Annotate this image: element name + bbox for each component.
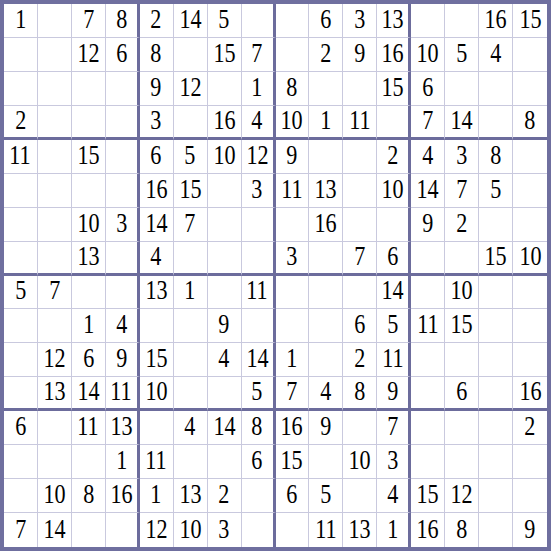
cell-r10c1[interactable]	[4, 309, 38, 343]
given-number: 15	[179, 176, 201, 203]
cell-r6c3[interactable]	[72, 174, 106, 208]
cell-r3c6[interactable]: 12	[174, 72, 208, 106]
cell-r15c13[interactable]: 15	[411, 479, 445, 513]
cell-r5c12[interactable]: 2	[377, 140, 411, 174]
given-number: 3	[151, 107, 162, 134]
cell-r2c15[interactable]: 4	[479, 38, 513, 72]
cell-r5c5[interactable]: 6	[140, 140, 174, 174]
cell-r15c6[interactable]: 13	[174, 479, 208, 513]
given-number: 7	[185, 210, 196, 237]
cell-r14c9[interactable]: 15	[276, 445, 310, 479]
cell-r6c2[interactable]	[38, 174, 72, 208]
cell-r11c14[interactable]	[445, 343, 479, 377]
given-number: 2	[320, 40, 331, 67]
cell-r7c11[interactable]	[343, 208, 377, 242]
cell-r2c14[interactable]: 5	[445, 38, 479, 72]
cell-r16c1[interactable]: 7	[4, 513, 38, 547]
cell-r4c1[interactable]: 2	[4, 106, 38, 140]
cell-r14c1[interactable]	[4, 445, 38, 479]
cell-r9c16[interactable]	[513, 276, 547, 310]
given-number: 16	[281, 413, 303, 440]
cell-r8c11[interactable]: 7	[343, 242, 377, 276]
cell-r8c6[interactable]	[174, 242, 208, 276]
cell-r7c14[interactable]: 2	[445, 208, 479, 242]
cell-r6c11[interactable]	[343, 174, 377, 208]
cell-r16c15[interactable]	[479, 513, 513, 547]
cell-r2c9[interactable]	[276, 38, 310, 72]
cell-r5c1[interactable]: 11	[4, 140, 38, 174]
cell-r2c8[interactable]: 7	[242, 38, 276, 72]
cell-r5c14[interactable]: 3	[445, 140, 479, 174]
cell-r7c12[interactable]	[377, 208, 411, 242]
cell-r5c8[interactable]: 12	[242, 140, 276, 174]
cell-r11c16[interactable]	[513, 343, 547, 377]
given-number: 14	[213, 413, 235, 440]
cell-r1c2[interactable]	[38, 4, 72, 38]
cell-r3c1[interactable]	[4, 72, 38, 106]
cell-r9c1[interactable]: 5	[4, 276, 38, 310]
cell-r3c3[interactable]	[72, 72, 106, 106]
cell-r12c14[interactable]: 6	[445, 377, 479, 411]
cell-r10c5[interactable]	[140, 309, 174, 343]
given-number: 4	[422, 142, 433, 169]
cell-r11c13[interactable]	[411, 343, 445, 377]
cell-r12c1[interactable]	[4, 377, 38, 411]
cell-r15c15[interactable]	[479, 479, 513, 513]
cell-r16c10[interactable]: 11	[309, 513, 343, 547]
cell-r10c6[interactable]	[174, 309, 208, 343]
given-number: 8	[116, 6, 127, 33]
cell-r3c11[interactable]	[343, 72, 377, 106]
cell-r14c13[interactable]	[411, 445, 445, 479]
cell-r11c6[interactable]	[174, 343, 208, 377]
cell-r3c8[interactable]: 1	[242, 72, 276, 106]
cell-r4c3[interactable]	[72, 106, 106, 140]
given-number: 8	[490, 142, 501, 169]
cell-r4c13[interactable]: 7	[411, 106, 445, 140]
cell-r12c7[interactable]	[208, 377, 242, 411]
cell-r6c15[interactable]: 5	[479, 174, 513, 208]
cell-r16c4[interactable]	[106, 513, 140, 547]
cell-r11c8[interactable]: 14	[242, 343, 276, 377]
cell-r11c12[interactable]: 11	[377, 343, 411, 377]
cell-r6c13[interactable]: 14	[411, 174, 445, 208]
given-number: 6	[251, 447, 262, 474]
given-number: 15	[485, 243, 507, 270]
cell-r3c4[interactable]	[106, 72, 140, 106]
cell-r10c3[interactable]: 1	[72, 309, 106, 343]
cell-r9c5[interactable]: 13	[140, 276, 174, 310]
given-number: 6	[83, 345, 94, 372]
given-number: 15	[451, 311, 473, 338]
cell-r5c4[interactable]	[106, 140, 140, 174]
given-number: 13	[349, 516, 371, 543]
cell-r10c13[interactable]: 11	[411, 309, 445, 343]
cell-r4c14[interactable]: 14	[445, 106, 479, 140]
given-number: 7	[286, 378, 297, 405]
cell-r13c10[interactable]: 9	[309, 411, 343, 445]
given-number: 11	[281, 176, 302, 203]
given-number: 15	[145, 345, 167, 372]
cell-r3c15[interactable]	[479, 72, 513, 106]
given-number: 11	[78, 413, 99, 440]
cell-r1c4[interactable]: 8	[106, 4, 140, 38]
cell-r5c7[interactable]: 10	[208, 140, 242, 174]
cell-r5c3[interactable]: 15	[72, 140, 106, 174]
cell-r16c8[interactable]	[242, 513, 276, 547]
cell-r3c7[interactable]	[208, 72, 242, 106]
cell-r2c13[interactable]: 10	[411, 38, 445, 72]
cell-r7c6[interactable]: 7	[174, 208, 208, 242]
cell-r16c14[interactable]: 8	[445, 513, 479, 547]
cell-r15c2[interactable]: 10	[38, 479, 72, 513]
cell-r13c13[interactable]	[411, 411, 445, 445]
cell-r4c2[interactable]	[38, 106, 72, 140]
cell-r6c8[interactable]: 3	[242, 174, 276, 208]
cell-r11c11[interactable]: 2	[343, 343, 377, 377]
cell-r6c16[interactable]	[513, 174, 547, 208]
given-number: 8	[286, 74, 297, 101]
cell-r5c11[interactable]	[343, 140, 377, 174]
cell-r8c2[interactable]	[38, 242, 72, 276]
cell-r1c9[interactable]	[276, 4, 310, 38]
cell-r2c2[interactable]	[38, 38, 72, 72]
given-number: 11	[315, 516, 336, 543]
cell-r13c2[interactable]	[38, 411, 72, 445]
cell-r7c15[interactable]	[479, 208, 513, 242]
given-number: 1	[151, 481, 162, 508]
cell-r2c5[interactable]: 8	[140, 38, 174, 72]
given-number: 5	[219, 6, 230, 33]
cell-r13c14[interactable]	[445, 411, 479, 445]
cell-r3c14[interactable]	[445, 72, 479, 106]
cell-r15c9[interactable]: 6	[276, 479, 310, 513]
cell-r10c8[interactable]	[242, 309, 276, 343]
cell-r3c16[interactable]	[513, 72, 547, 106]
cell-r6c10[interactable]: 13	[309, 174, 343, 208]
cell-r8c13[interactable]	[411, 242, 445, 276]
given-number: 10	[349, 447, 371, 474]
cell-r9c11[interactable]	[343, 276, 377, 310]
given-number: 4	[490, 40, 501, 67]
cell-r13c6[interactable]: 4	[174, 411, 208, 445]
given-number: 1	[387, 516, 398, 543]
cell-r16c9[interactable]	[276, 513, 310, 547]
given-number: 7	[15, 516, 26, 543]
cell-r8c8[interactable]	[242, 242, 276, 276]
cell-r12c8[interactable]: 5	[242, 377, 276, 411]
given-number: 7	[83, 6, 94, 33]
cell-r16c6[interactable]: 10	[174, 513, 208, 547]
cell-r6c14[interactable]: 7	[445, 174, 479, 208]
cell-r4c7[interactable]: 16	[208, 106, 242, 140]
cell-r15c4[interactable]: 16	[106, 479, 140, 513]
cell-r8c5[interactable]: 4	[140, 242, 174, 276]
cell-r15c12[interactable]: 4	[377, 479, 411, 513]
cell-r13c3[interactable]: 11	[72, 411, 106, 445]
cell-r8c14[interactable]	[445, 242, 479, 276]
cell-r13c4[interactable]: 13	[106, 411, 140, 445]
cell-r12c6[interactable]	[174, 377, 208, 411]
cell-r14c5[interactable]: 11	[140, 445, 174, 479]
cell-r9c9[interactable]	[276, 276, 310, 310]
cell-r1c7[interactable]: 5	[208, 4, 242, 38]
cell-r8c3[interactable]: 13	[72, 242, 106, 276]
cell-r3c2[interactable]	[38, 72, 72, 106]
given-number: 15	[417, 481, 439, 508]
cell-r14c11[interactable]: 10	[343, 445, 377, 479]
cell-r14c3[interactable]	[72, 445, 106, 479]
cell-r2c6[interactable]	[174, 38, 208, 72]
cell-r11c2[interactable]: 12	[38, 343, 72, 377]
cell-r6c4[interactable]	[106, 174, 140, 208]
cell-r1c13[interactable]	[411, 4, 445, 38]
cell-r6c1[interactable]	[4, 174, 38, 208]
cell-r13c7[interactable]: 14	[208, 411, 242, 445]
cell-r15c16[interactable]	[513, 479, 547, 513]
cell-r5c15[interactable]: 8	[479, 140, 513, 174]
cell-r4c4[interactable]	[106, 106, 140, 140]
cell-r5c13[interactable]: 4	[411, 140, 445, 174]
cell-r7c5[interactable]: 14	[140, 208, 174, 242]
given-number: 4	[387, 481, 398, 508]
cell-r11c7[interactable]: 4	[208, 343, 242, 377]
cell-r3c13[interactable]: 6	[411, 72, 445, 106]
cell-r5c9[interactable]: 9	[276, 140, 310, 174]
cell-r2c3[interactable]: 12	[72, 38, 106, 72]
cell-r1c3[interactable]: 7	[72, 4, 106, 38]
cell-r2c16[interactable]	[513, 38, 547, 72]
cell-r7c9[interactable]	[276, 208, 310, 242]
cell-r3c5[interactable]: 9	[140, 72, 174, 106]
cell-r2c4[interactable]: 6	[106, 38, 140, 72]
cell-r7c16[interactable]	[513, 208, 547, 242]
given-number: 5	[185, 142, 196, 169]
cell-r11c4[interactable]: 9	[106, 343, 140, 377]
cell-r3c9[interactable]: 8	[276, 72, 310, 106]
cell-r14c16[interactable]	[513, 445, 547, 479]
cell-r2c7[interactable]: 15	[208, 38, 242, 72]
cell-r12c4[interactable]: 11	[106, 377, 140, 411]
cell-r3c12[interactable]: 15	[377, 72, 411, 106]
cell-r10c11[interactable]: 6	[343, 309, 377, 343]
cell-r9c14[interactable]: 10	[445, 276, 479, 310]
cell-r7c7[interactable]	[208, 208, 242, 242]
cell-r1c15[interactable]: 16	[479, 4, 513, 38]
cell-r3c10[interactable]	[309, 72, 343, 106]
cell-r8c15[interactable]: 15	[479, 242, 513, 276]
cell-r8c9[interactable]: 3	[276, 242, 310, 276]
cell-r7c13[interactable]: 9	[411, 208, 445, 242]
cell-r14c10[interactable]	[309, 445, 343, 479]
cell-r9c6[interactable]: 1	[174, 276, 208, 310]
cell-r10c4[interactable]: 4	[106, 309, 140, 343]
cell-r9c7[interactable]	[208, 276, 242, 310]
cell-r5c6[interactable]: 5	[174, 140, 208, 174]
cell-r8c10[interactable]	[309, 242, 343, 276]
cell-r8c1[interactable]	[4, 242, 38, 276]
cell-r12c12[interactable]: 9	[377, 377, 411, 411]
given-number: 16	[417, 516, 439, 543]
cell-r6c9[interactable]: 11	[276, 174, 310, 208]
cell-r11c1[interactable]	[4, 343, 38, 377]
cell-r11c15[interactable]	[479, 343, 513, 377]
cell-r10c16[interactable]	[513, 309, 547, 343]
cell-r2c1[interactable]	[4, 38, 38, 72]
cell-r12c15[interactable]	[479, 377, 513, 411]
cell-r15c8[interactable]	[242, 479, 276, 513]
given-number: 10	[382, 176, 404, 203]
given-number: 11	[246, 277, 267, 304]
cell-r6c5[interactable]: 16	[140, 174, 174, 208]
cell-r16c13[interactable]: 16	[411, 513, 445, 547]
cell-r1c10[interactable]: 6	[309, 4, 343, 38]
given-number: 2	[354, 345, 365, 372]
cell-r1c6[interactable]: 14	[174, 4, 208, 38]
cell-r7c3[interactable]: 10	[72, 208, 106, 242]
cell-r14c15[interactable]	[479, 445, 513, 479]
cell-r1c8[interactable]	[242, 4, 276, 38]
cell-r13c15[interactable]	[479, 411, 513, 445]
cell-r11c5[interactable]: 15	[140, 343, 174, 377]
given-number: 14	[246, 345, 268, 372]
cell-r13c11[interactable]	[343, 411, 377, 445]
given-number: 4	[151, 243, 162, 270]
cell-r6c7[interactable]	[208, 174, 242, 208]
cell-r12c10[interactable]: 4	[309, 377, 343, 411]
given-number: 8	[456, 516, 467, 543]
cell-r10c7[interactable]: 9	[208, 309, 242, 343]
cell-r10c10[interactable]	[309, 309, 343, 343]
given-number: 7	[422, 107, 433, 134]
cell-r7c2[interactable]	[38, 208, 72, 242]
cell-r13c8[interactable]: 8	[242, 411, 276, 445]
cell-r11c10[interactable]	[309, 343, 343, 377]
given-number: 13	[145, 277, 167, 304]
given-number: 15	[281, 447, 303, 474]
cell-r15c14[interactable]: 12	[445, 479, 479, 513]
cell-r6c12[interactable]: 10	[377, 174, 411, 208]
cell-r16c3[interactable]	[72, 513, 106, 547]
cell-r8c12[interactable]: 6	[377, 242, 411, 276]
cell-r1c1[interactable]: 1	[4, 4, 38, 38]
cell-r14c14[interactable]	[445, 445, 479, 479]
cell-r11c3[interactable]: 6	[72, 343, 106, 377]
cell-r4c5[interactable]: 3	[140, 106, 174, 140]
cell-r1c14[interactable]	[445, 4, 479, 38]
cell-r4c8[interactable]: 4	[242, 106, 276, 140]
cell-r2c10[interactable]: 2	[309, 38, 343, 72]
given-number: 8	[151, 40, 162, 67]
cell-r4c12[interactable]	[377, 106, 411, 140]
cell-r8c4[interactable]	[106, 242, 140, 276]
cell-r9c12[interactable]: 14	[377, 276, 411, 310]
cell-r15c7[interactable]: 2	[208, 479, 242, 513]
cell-r12c3[interactable]: 14	[72, 377, 106, 411]
cell-r12c13[interactable]	[411, 377, 445, 411]
cell-r8c7[interactable]	[208, 242, 242, 276]
cell-r16c16[interactable]: 9	[513, 513, 547, 547]
cell-r12c16[interactable]: 16	[513, 377, 547, 411]
cell-r9c8[interactable]: 11	[242, 276, 276, 310]
cell-r15c5[interactable]: 1	[140, 479, 174, 513]
cell-r12c5[interactable]: 10	[140, 377, 174, 411]
cell-r6c6[interactable]: 15	[174, 174, 208, 208]
cell-r16c12[interactable]: 1	[377, 513, 411, 547]
cell-r11c9[interactable]: 1	[276, 343, 310, 377]
cell-r14c6[interactable]	[174, 445, 208, 479]
cell-r14c2[interactable]	[38, 445, 72, 479]
cell-r1c5[interactable]: 2	[140, 4, 174, 38]
cell-r13c1[interactable]: 6	[4, 411, 38, 445]
given-number: 10	[281, 107, 303, 134]
cell-r9c4[interactable]	[106, 276, 140, 310]
cell-r1c12[interactable]: 13	[377, 4, 411, 38]
cell-r9c2[interactable]: 7	[38, 276, 72, 310]
cell-r5c2[interactable]	[38, 140, 72, 174]
cell-r5c10[interactable]	[309, 140, 343, 174]
cell-r16c11[interactable]: 13	[343, 513, 377, 547]
cell-r16c5[interactable]: 12	[140, 513, 174, 547]
cell-r1c11[interactable]: 3	[343, 4, 377, 38]
cell-r10c12[interactable]: 5	[377, 309, 411, 343]
cell-r9c3[interactable]	[72, 276, 106, 310]
cell-r7c8[interactable]	[242, 208, 276, 242]
cell-r9c15[interactable]	[479, 276, 513, 310]
cell-r7c4[interactable]: 3	[106, 208, 140, 242]
cell-r4c16[interactable]: 8	[513, 106, 547, 140]
cell-r10c9[interactable]	[276, 309, 310, 343]
cell-r10c14[interactable]: 15	[445, 309, 479, 343]
cell-r7c1[interactable]	[4, 208, 38, 242]
cell-r14c12[interactable]: 3	[377, 445, 411, 479]
cell-r4c10[interactable]: 1	[309, 106, 343, 140]
cell-r5c16[interactable]	[513, 140, 547, 174]
cell-r9c13[interactable]	[411, 276, 445, 310]
cell-r13c9[interactable]: 16	[276, 411, 310, 445]
cell-r16c2[interactable]: 14	[38, 513, 72, 547]
cell-r1c16[interactable]: 15	[513, 4, 547, 38]
cell-r2c11[interactable]: 9	[343, 38, 377, 72]
cell-r14c4[interactable]: 1	[106, 445, 140, 479]
cell-r13c5[interactable]	[140, 411, 174, 445]
cell-r7c10[interactable]: 16	[309, 208, 343, 242]
cell-r15c10[interactable]: 5	[309, 479, 343, 513]
cell-r4c6[interactable]	[174, 106, 208, 140]
given-number: 10	[417, 40, 439, 67]
cell-r9c10[interactable]	[309, 276, 343, 310]
cell-r15c3[interactable]: 8	[72, 479, 106, 513]
cell-r13c12[interactable]: 7	[377, 411, 411, 445]
cell-r4c15[interactable]	[479, 106, 513, 140]
cell-r12c11[interactable]: 8	[343, 377, 377, 411]
cell-r13c16[interactable]: 2	[513, 411, 547, 445]
cell-r4c9[interactable]: 10	[276, 106, 310, 140]
cell-r14c8[interactable]: 6	[242, 445, 276, 479]
cell-r2c12[interactable]: 16	[377, 38, 411, 72]
cell-r10c15[interactable]	[479, 309, 513, 343]
given-number: 10	[77, 210, 99, 237]
cell-r10c2[interactable]	[38, 309, 72, 343]
cell-r4c11[interactable]: 11	[343, 106, 377, 140]
cell-r16c7[interactable]: 3	[208, 513, 242, 547]
cell-r15c1[interactable]	[4, 479, 38, 513]
cell-r12c9[interactable]: 7	[276, 377, 310, 411]
cell-r14c7[interactable]	[208, 445, 242, 479]
cell-r8c16[interactable]: 10	[513, 242, 547, 276]
cell-r12c2[interactable]: 13	[38, 377, 72, 411]
cell-r15c11[interactable]	[343, 479, 377, 513]
